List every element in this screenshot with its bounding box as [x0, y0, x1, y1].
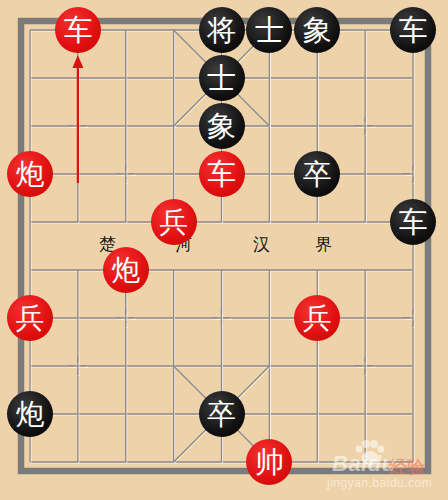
- piece-black-cannon[interactable]: 炮: [7, 391, 53, 437]
- piece-black-soldier[interactable]: 卒: [199, 391, 245, 437]
- piece-black-advisor[interactable]: 士: [199, 55, 245, 101]
- piece-red-soldier[interactable]: 兵: [151, 199, 197, 245]
- piece-black-chariot[interactable]: 车: [390, 7, 436, 53]
- move-arrow: [72, 55, 83, 68]
- piece-red-cannon[interactable]: 炮: [7, 151, 53, 197]
- piece-black-general[interactable]: 将: [199, 7, 245, 53]
- piece-red-cannon[interactable]: 炮: [103, 247, 149, 293]
- piece-red-soldier[interactable]: 兵: [294, 295, 340, 341]
- river-text-char: 界: [315, 234, 332, 254]
- piece-black-elephant[interactable]: 象: [199, 103, 245, 149]
- piece-red-chariot[interactable]: 车: [199, 151, 245, 197]
- piece-black-elephant[interactable]: 象: [294, 7, 340, 53]
- piece-red-chariot[interactable]: 车: [55, 7, 101, 53]
- xiangqi-board: 楚 河 汉 界 车将士象车士象炮车卒兵车炮兵兵炮卒帅 Baidu 经验 jing…: [0, 0, 448, 500]
- piece-black-chariot[interactable]: 车: [390, 199, 436, 245]
- piece-red-soldier[interactable]: 兵: [7, 295, 53, 341]
- piece-black-soldier[interactable]: 卒: [294, 151, 340, 197]
- river-text-char: 汉: [253, 234, 270, 254]
